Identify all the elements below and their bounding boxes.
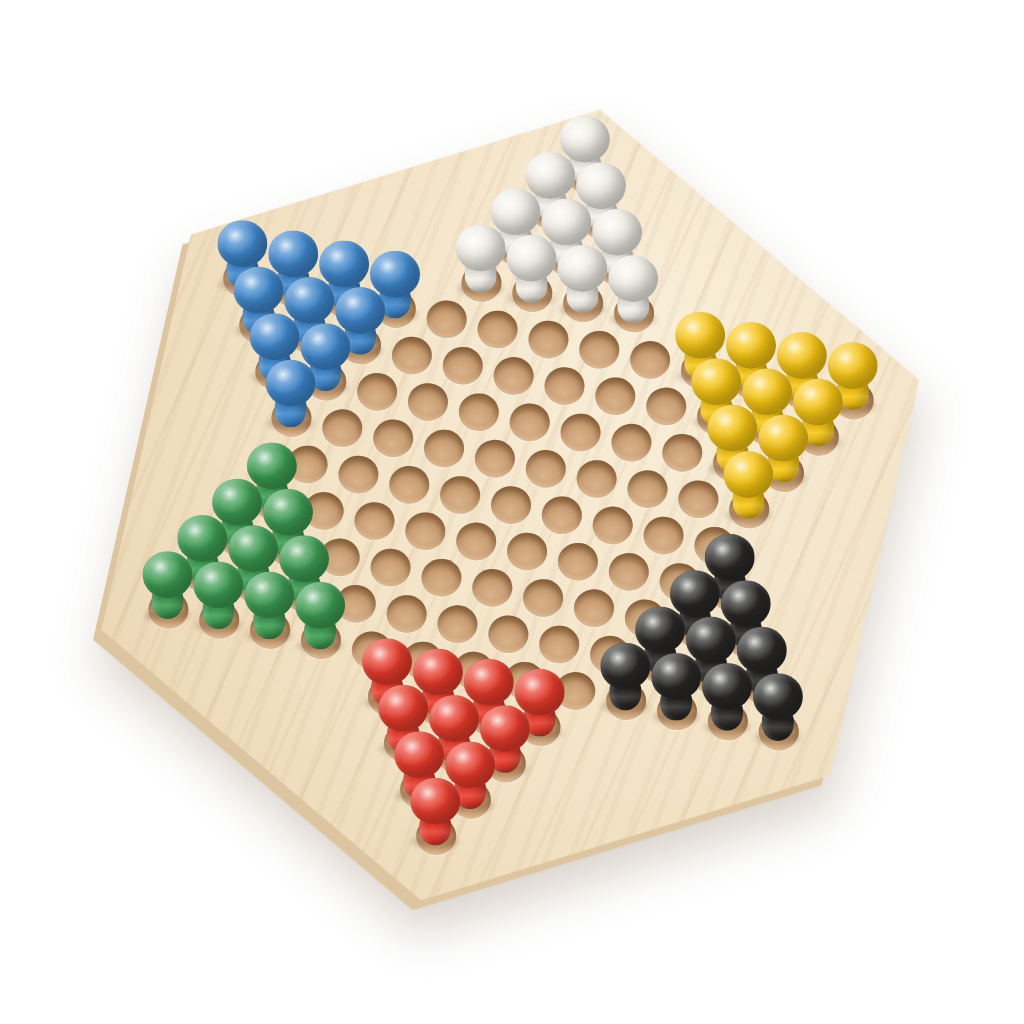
peg-green[interactable] <box>243 571 295 642</box>
peg-green[interactable] <box>294 582 346 653</box>
hole[interactable] <box>674 477 721 522</box>
hole[interactable] <box>556 410 603 455</box>
scene <box>0 0 1024 1024</box>
peg-head <box>557 245 607 292</box>
peg-head <box>410 778 460 825</box>
peg-head <box>193 561 243 608</box>
peg-white[interactable] <box>607 255 659 326</box>
hole[interactable] <box>487 483 534 528</box>
peg-head <box>233 267 283 314</box>
hole[interactable] <box>452 519 499 564</box>
peg-head <box>600 643 650 690</box>
peg-blue[interactable] <box>264 360 316 431</box>
hole[interactable] <box>417 555 464 600</box>
hole[interactable] <box>607 420 654 465</box>
hole[interactable] <box>433 602 480 647</box>
hole[interactable] <box>605 549 652 594</box>
hole[interactable] <box>484 612 531 657</box>
hole[interactable] <box>420 426 467 471</box>
hole[interactable] <box>489 353 536 398</box>
peg-head <box>608 255 658 302</box>
peg-white[interactable] <box>556 245 608 316</box>
hole[interactable] <box>589 503 636 548</box>
chinese-checkers-board <box>57 37 965 973</box>
peg-black[interactable] <box>751 673 803 744</box>
peg-head <box>362 638 412 685</box>
peg-head <box>249 313 299 360</box>
hole[interactable] <box>382 592 429 637</box>
hole[interactable] <box>471 436 518 481</box>
peg-green[interactable] <box>192 561 244 632</box>
hole[interactable] <box>519 576 566 621</box>
peg-head <box>265 360 315 407</box>
hole[interactable] <box>439 343 486 388</box>
hole[interactable] <box>401 509 448 554</box>
hole[interactable] <box>503 529 550 574</box>
hole[interactable] <box>455 390 502 435</box>
hole[interactable] <box>473 307 520 352</box>
peg-head <box>142 551 192 598</box>
holes-and-pegs-layer <box>57 37 965 973</box>
peg-head <box>244 571 294 618</box>
peg-head <box>675 312 725 359</box>
peg-head <box>455 225 505 272</box>
peg-black[interactable] <box>650 653 702 724</box>
hole[interactable] <box>522 446 569 491</box>
hole[interactable] <box>404 380 451 425</box>
hole[interactable] <box>639 513 686 558</box>
peg-head <box>378 685 428 732</box>
peg-head <box>702 663 752 710</box>
hole[interactable] <box>505 400 552 445</box>
peg-yellow[interactable] <box>722 451 774 522</box>
hole[interactable] <box>353 369 400 414</box>
hole[interactable] <box>658 430 705 475</box>
peg-green[interactable] <box>141 551 193 622</box>
hole[interactable] <box>572 457 619 502</box>
peg-head <box>651 653 701 700</box>
peg-white[interactable] <box>505 235 557 306</box>
hole[interactable] <box>642 384 689 429</box>
hole[interactable] <box>318 406 365 451</box>
hole[interactable] <box>575 327 622 372</box>
peg-head <box>295 582 345 629</box>
hole[interactable] <box>436 473 483 518</box>
hole[interactable] <box>388 333 435 378</box>
hole[interactable] <box>540 364 587 409</box>
peg-black[interactable] <box>701 663 753 734</box>
peg-red[interactable] <box>409 778 461 849</box>
peg-white[interactable] <box>454 225 506 296</box>
hole[interactable] <box>570 586 617 631</box>
hole[interactable] <box>538 493 585 538</box>
hole[interactable] <box>334 452 381 497</box>
hole[interactable] <box>535 622 582 667</box>
peg-head <box>217 220 267 267</box>
peg-black[interactable] <box>599 643 651 714</box>
peg-head <box>707 405 757 452</box>
peg-head <box>506 235 556 282</box>
hole[interactable] <box>468 565 515 610</box>
hole[interactable] <box>524 317 571 362</box>
hole[interactable] <box>626 338 673 383</box>
hole[interactable] <box>422 297 469 342</box>
hole[interactable] <box>385 462 432 507</box>
hole[interactable] <box>591 374 638 419</box>
peg-head <box>752 673 802 720</box>
peg-head <box>723 451 773 498</box>
hole[interactable] <box>554 539 601 584</box>
hole[interactable] <box>366 545 413 590</box>
hole[interactable] <box>350 499 397 544</box>
hole[interactable] <box>623 467 670 512</box>
peg-head <box>691 358 741 405</box>
peg-head <box>394 731 444 778</box>
hole[interactable] <box>369 416 416 461</box>
